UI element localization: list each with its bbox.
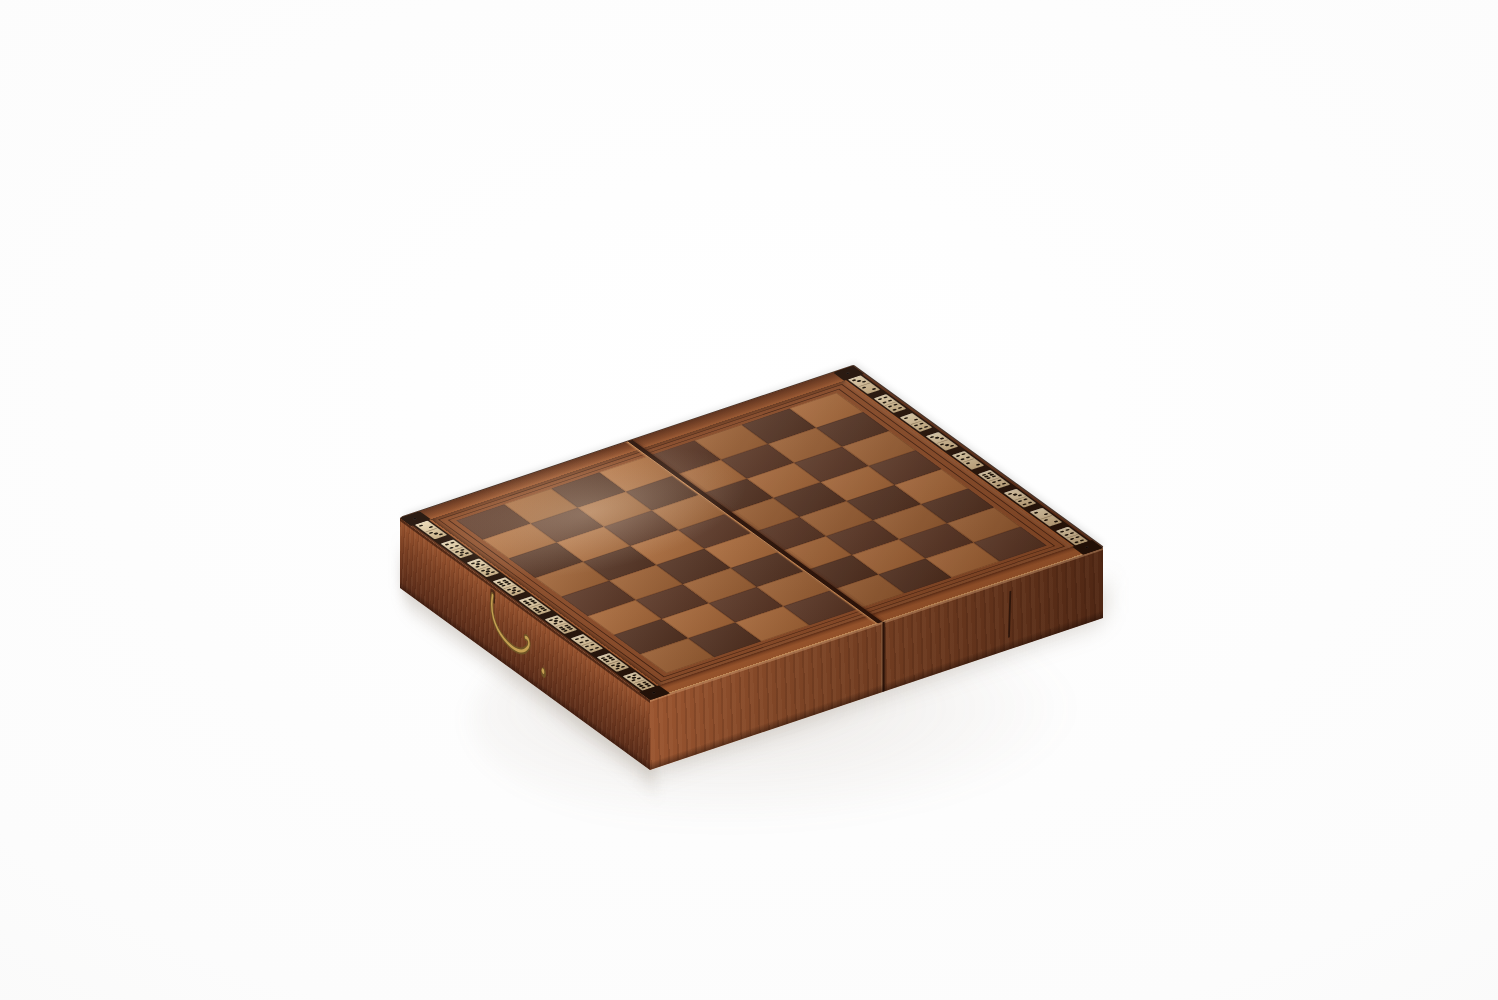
domino-pip [637, 677, 641, 679]
domino-pip [631, 679, 635, 681]
domino-pip [579, 641, 583, 643]
domino-pip [419, 524, 423, 526]
domino-pip [543, 609, 547, 611]
domino-pip [647, 685, 651, 687]
domino-pip [475, 566, 479, 568]
domino-pip [641, 687, 645, 689]
domino-pip [450, 542, 454, 544]
domino-pip [615, 668, 619, 670]
domino-pip [533, 602, 537, 604]
domino-pip [501, 585, 505, 587]
domino-pip [585, 640, 589, 642]
domino-pip [445, 543, 449, 545]
domino-pip [439, 533, 443, 535]
domino-pip [589, 649, 593, 651]
domino-pip [517, 590, 521, 592]
domino-pip [563, 630, 567, 632]
domino-pip [465, 552, 469, 554]
domino-pip [621, 666, 625, 668]
domino-pip [590, 643, 594, 645]
domino-pip [580, 636, 584, 638]
photo-background: { "game": "chess", "scene": "Antique fol… [0, 0, 1498, 1000]
domino-pip [569, 628, 573, 630]
domino-pip [605, 660, 609, 662]
domino-pip [611, 659, 615, 661]
domino-pip [449, 547, 453, 549]
domino-pip [491, 571, 495, 573]
domino-pip [559, 621, 563, 623]
domino-pip [585, 645, 589, 647]
domino-pip [553, 623, 557, 625]
domino-pip [595, 647, 599, 649]
domino-pip [537, 611, 541, 613]
domino-pip [459, 554, 463, 556]
domino-pip [485, 573, 489, 575]
domino-pip [511, 592, 515, 594]
domino-pip [527, 604, 531, 606]
hinge-step [881, 621, 886, 693]
domino-pip [481, 564, 485, 566]
domino-pip [455, 545, 459, 547]
domino-pip [429, 526, 433, 528]
domino-pip [507, 583, 511, 585]
wood-crack [1008, 591, 1011, 638]
domino-pip [575, 638, 579, 640]
